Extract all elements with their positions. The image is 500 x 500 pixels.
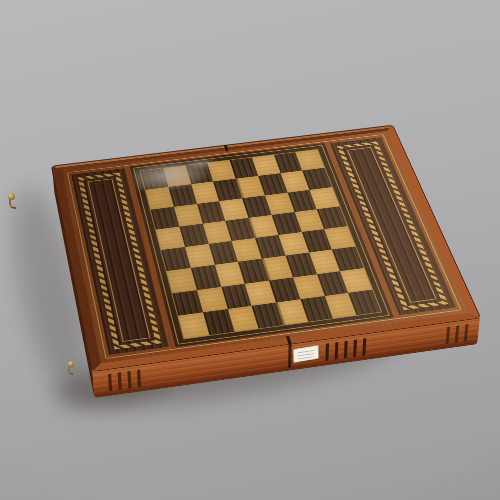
square-a1 xyxy=(178,312,209,338)
square-e2 xyxy=(269,277,300,302)
square-b2 xyxy=(197,287,228,313)
square-a3 xyxy=(167,268,197,293)
square-a4 xyxy=(161,247,190,271)
brass-hook-upper xyxy=(7,193,16,208)
photo-background xyxy=(0,0,500,500)
square-g2 xyxy=(316,271,348,296)
square-c2 xyxy=(221,283,252,308)
square-c3 xyxy=(214,262,244,287)
square-f1 xyxy=(300,296,332,322)
square-e3 xyxy=(262,256,293,281)
perspective-scene xyxy=(0,0,500,500)
square-d4 xyxy=(232,238,262,262)
square-h2 xyxy=(340,268,372,293)
square-d2 xyxy=(245,280,276,305)
square-e1 xyxy=(276,299,308,325)
square-c4 xyxy=(208,241,238,265)
square-g1 xyxy=(324,293,356,319)
square-e4 xyxy=(255,235,285,259)
square-h1 xyxy=(348,289,381,315)
square-h3 xyxy=(332,247,364,271)
square-a2 xyxy=(172,290,202,316)
square-c1 xyxy=(227,306,258,332)
square-b1 xyxy=(203,309,234,335)
square-b4 xyxy=(185,244,215,268)
square-d1 xyxy=(252,302,284,328)
square-f2 xyxy=(293,274,325,299)
square-d3 xyxy=(238,259,269,284)
games-box xyxy=(52,125,480,371)
square-b3 xyxy=(191,265,221,290)
square-g3 xyxy=(309,250,340,274)
square-f3 xyxy=(285,253,316,277)
front-fold-seam xyxy=(288,344,292,368)
